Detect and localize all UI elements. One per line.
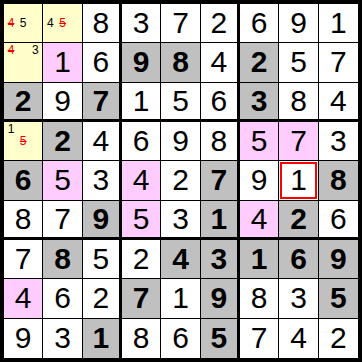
cell-r4c9[interactable]: 3	[319, 122, 358, 161]
cell-r3c5[interactable]: 5	[161, 83, 200, 122]
given-digit: 4	[172, 244, 189, 274]
cell-r4c7[interactable]: 5	[240, 122, 279, 161]
cell-r6c1[interactable]: 8	[4, 201, 43, 240]
entered-digit: 4	[133, 165, 150, 195]
cell-r2c1[interactable]: 43	[4, 43, 43, 82]
entered-digit: 1	[330, 8, 347, 38]
cell-r7c5[interactable]: 4	[161, 240, 200, 279]
cell-r4c6[interactable]: 8	[201, 122, 240, 161]
cell-r9c4[interactable]: 8	[122, 319, 161, 358]
given-digit: 2	[251, 47, 268, 77]
cell-r5c9[interactable]: 8	[319, 161, 358, 200]
cell-r6c2[interactable]: 7	[43, 201, 82, 240]
cell-r3c9[interactable]: 4	[319, 83, 358, 122]
entered-digit: 6	[251, 8, 268, 38]
cell-r1c2[interactable]: 45	[43, 4, 82, 43]
cell-r8c6[interactable]: 9	[201, 279, 240, 318]
entered-digit: 9	[15, 323, 32, 353]
given-digit: 8	[330, 165, 347, 195]
cell-r1c1[interactable]: 45	[4, 4, 43, 43]
entered-digit: 7	[172, 8, 189, 38]
pencil-mark-eliminated: 5	[17, 135, 29, 147]
entered-digit: 5	[251, 126, 268, 156]
pencil-mark-eliminated: 4	[5, 17, 17, 29]
given-digit: 6	[15, 165, 32, 195]
cell-r2c7[interactable]: 2	[240, 43, 279, 82]
sudoku-board: 4545837269143169842572971563841524698573…	[0, 0, 362, 362]
cell-r2c5[interactable]: 8	[161, 43, 200, 82]
cell-r2c4[interactable]: 9	[122, 43, 161, 82]
cell-r7c7[interactable]: 1	[240, 240, 279, 279]
cell-r9c3[interactable]: 1	[83, 319, 122, 358]
cell-r5c7[interactable]: 9	[240, 161, 279, 200]
entered-digit: 8	[210, 126, 227, 156]
entered-digit: 4	[210, 47, 227, 77]
entered-digit: 3	[330, 126, 347, 156]
cell-r5c6[interactable]: 7	[201, 161, 240, 200]
cell-r8c3[interactable]: 2	[83, 279, 122, 318]
cell-r1c9[interactable]: 1	[319, 4, 358, 43]
cell-r1c6[interactable]: 2	[201, 4, 240, 43]
entered-digit: 9	[251, 165, 268, 195]
cell-r8c4[interactable]: 7	[122, 279, 161, 318]
entered-digit: 6	[54, 283, 71, 313]
cell-r1c7[interactable]: 6	[240, 4, 279, 43]
given-digit: 6	[290, 244, 307, 274]
cell-r3c7[interactable]: 3	[240, 83, 279, 122]
cell-r5c5[interactable]: 2	[161, 161, 200, 200]
given-digit: 9	[92, 204, 109, 234]
cell-r3c2[interactable]: 9	[43, 83, 82, 122]
cell-r9c7[interactable]: 7	[240, 319, 279, 358]
entered-digit: 3	[290, 283, 307, 313]
given-digit: 1	[92, 323, 109, 353]
pencil-mark-eliminated: 4	[5, 44, 17, 56]
entered-digit: 3	[133, 8, 150, 38]
given-digit: 8	[54, 244, 71, 274]
pencil-mark: 4	[44, 17, 56, 29]
cell-r5c1[interactable]: 6	[4, 161, 43, 200]
given-digit: 8	[172, 47, 189, 77]
cell-r5c8-selected[interactable]: 1	[279, 161, 318, 200]
given-digit: 7	[210, 165, 227, 195]
cell-r4c5[interactable]: 9	[161, 122, 200, 161]
cell-r9c9[interactable]: 2	[319, 319, 358, 358]
entered-digit: 4	[290, 323, 307, 353]
entered-digit: 2	[172, 165, 189, 195]
pencil-mark-eliminated: 5	[56, 17, 68, 29]
entered-digit: 4	[251, 204, 268, 234]
cell-r9c6[interactable]: 5	[201, 319, 240, 358]
cell-r1c8[interactable]: 9	[279, 4, 318, 43]
cell-r4c2[interactable]: 2	[43, 122, 82, 161]
pencil-mark: 3	[29, 44, 41, 56]
entered-digit: 5	[133, 204, 150, 234]
entered-digit: 5	[92, 244, 109, 274]
given-digit: 9	[210, 283, 227, 313]
entered-digit: 2	[210, 8, 227, 38]
entered-digit: 1	[290, 165, 307, 195]
cell-r8c8[interactable]: 3	[279, 279, 318, 318]
entered-digit: 5	[172, 86, 189, 116]
cell-r6c4[interactable]: 5	[122, 201, 161, 240]
given-digit: 7	[92, 86, 109, 116]
entered-digit: 3	[172, 204, 189, 234]
entered-digit: 3	[92, 165, 109, 195]
cell-r5c2[interactable]: 5	[43, 161, 82, 200]
cell-r5c4[interactable]: 4	[122, 161, 161, 200]
entered-digit: 5	[290, 47, 307, 77]
cell-r8c9[interactable]: 5	[319, 279, 358, 318]
cell-r4c8[interactable]: 7	[279, 122, 318, 161]
entered-digit: 6	[172, 323, 189, 353]
cell-r8c2[interactable]: 6	[43, 279, 82, 318]
cell-r6c3[interactable]: 9	[83, 201, 122, 240]
entered-digit: 6	[330, 204, 347, 234]
cell-r1c4[interactable]: 3	[122, 4, 161, 43]
cell-r1c5[interactable]: 7	[161, 4, 200, 43]
cell-r7c2[interactable]: 8	[43, 240, 82, 279]
entered-digit: 1	[133, 86, 150, 116]
entered-digit: 7	[330, 47, 347, 77]
entered-digit: 8	[15, 204, 32, 234]
cell-r6c7[interactable]: 4	[240, 201, 279, 240]
cell-r6c9[interactable]: 6	[319, 201, 358, 240]
cell-r8c7[interactable]: 8	[240, 279, 279, 318]
entered-digit: 1	[54, 47, 71, 77]
cell-r2c2[interactable]: 1	[43, 43, 82, 82]
given-digit: 2	[290, 204, 307, 234]
cell-r9c8[interactable]: 4	[279, 319, 318, 358]
cell-r7c8[interactable]: 6	[279, 240, 318, 279]
cell-r7c9[interactable]: 9	[319, 240, 358, 279]
cell-r1c3[interactable]: 8	[83, 4, 122, 43]
cell-r8c5[interactable]: 1	[161, 279, 200, 318]
given-digit: 1	[251, 244, 268, 274]
given-digit: 9	[133, 47, 150, 77]
entered-digit: 6	[133, 126, 150, 156]
given-digit: 9	[330, 244, 347, 274]
cell-r9c1[interactable]: 9	[4, 319, 43, 358]
entered-digit: 9	[54, 86, 71, 116]
cell-r7c4[interactable]: 2	[122, 240, 161, 279]
entered-digit: 2	[92, 283, 109, 313]
cell-r7c3[interactable]: 5	[83, 240, 122, 279]
entered-digit: 8	[133, 323, 150, 353]
entered-digit: 1	[172, 283, 189, 313]
given-digit: 2	[15, 86, 32, 116]
cell-r6c8[interactable]: 2	[279, 201, 318, 240]
entered-digit: 4	[330, 86, 347, 116]
cell-r2c6[interactable]: 4	[201, 43, 240, 82]
entered-digit: 8	[251, 283, 268, 313]
cell-r2c9[interactable]: 7	[319, 43, 358, 82]
given-digit: 2	[54, 126, 71, 156]
given-digit: 7	[133, 283, 150, 313]
cell-r7c6[interactable]: 3	[201, 240, 240, 279]
cell-r2c3[interactable]: 6	[83, 43, 122, 82]
cell-r3c3[interactable]: 7	[83, 83, 122, 122]
entered-digit: 2	[133, 244, 150, 274]
cell-r3c8[interactable]: 8	[279, 83, 318, 122]
entered-digit: 4	[15, 283, 32, 313]
cell-r7c1[interactable]: 7	[4, 240, 43, 279]
given-digit: 1	[210, 204, 227, 234]
entered-digit: 7	[251, 323, 268, 353]
given-digit: 5	[210, 323, 227, 353]
cell-r3c6[interactable]: 6	[201, 83, 240, 122]
cell-r4c1[interactable]: 15	[4, 122, 43, 161]
given-digit: 3	[251, 86, 268, 116]
entered-digit: 6	[210, 86, 227, 116]
entered-digit: 3	[54, 323, 71, 353]
entered-digit: 9	[172, 126, 189, 156]
entered-digit: 4	[92, 126, 109, 156]
entered-digit: 8	[290, 86, 307, 116]
entered-digit: 5	[54, 165, 71, 195]
cell-r9c5[interactable]: 6	[161, 319, 200, 358]
entered-digit: 7	[15, 244, 32, 274]
cell-r9c2[interactable]: 3	[43, 319, 82, 358]
cell-r8c1[interactable]: 4	[4, 279, 43, 318]
entered-digit: 7	[54, 204, 71, 234]
cell-r4c3[interactable]: 4	[83, 122, 122, 161]
cell-r2c8[interactable]: 5	[279, 43, 318, 82]
given-digit: 5	[330, 283, 347, 313]
cell-r3c4[interactable]: 1	[122, 83, 161, 122]
entered-digit: 7	[290, 126, 307, 156]
cell-r6c6[interactable]: 1	[201, 201, 240, 240]
cell-r6c5[interactable]: 3	[161, 201, 200, 240]
entered-digit: 8	[92, 8, 109, 38]
entered-digit: 9	[290, 8, 307, 38]
entered-digit: 6	[92, 47, 109, 77]
pencil-mark: 1	[5, 123, 17, 135]
cell-r3c1[interactable]: 2	[4, 83, 43, 122]
entered-digit: 2	[330, 323, 347, 353]
pencil-mark: 5	[17, 17, 29, 29]
given-digit: 3	[210, 244, 227, 274]
cell-r4c4[interactable]: 6	[122, 122, 161, 161]
cell-r5c3[interactable]: 3	[83, 161, 122, 200]
